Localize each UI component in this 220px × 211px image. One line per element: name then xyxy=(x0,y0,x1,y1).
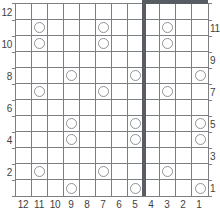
chart-cell-r12-c2 xyxy=(176,4,192,20)
chart-cell-r11-c9 xyxy=(64,20,80,36)
row-tick xyxy=(209,116,212,117)
chart-cell-r3-c11 xyxy=(32,148,48,164)
chart-cell-r2-c12 xyxy=(16,164,32,180)
chart-cell-r10-c7 xyxy=(96,36,112,52)
row-number-5: 5 xyxy=(210,120,220,130)
row-tick xyxy=(12,36,15,37)
row-number-11: 11 xyxy=(210,24,220,34)
row-number-2: 2 xyxy=(0,168,12,178)
yarn-over-icon xyxy=(162,86,173,97)
chart-cell-r12-c6 xyxy=(112,4,128,20)
column-number-4: 4 xyxy=(143,200,159,210)
chart-cell-r7-c7 xyxy=(96,84,112,100)
chart-cell-r10-c2 xyxy=(176,36,192,52)
row-tick xyxy=(12,84,15,85)
yarn-over-icon xyxy=(66,70,77,81)
yarn-over-icon xyxy=(195,70,206,81)
row-tick xyxy=(209,100,212,101)
chart-cell-r3-c8 xyxy=(80,148,96,164)
chart-cell-r9-c8 xyxy=(80,52,96,68)
chart-cell-r10-c8 xyxy=(80,36,96,52)
chart-cell-r9-c6 xyxy=(112,52,128,68)
chart-cell-r2-c4 xyxy=(144,164,160,180)
chart-cell-r9-c10 xyxy=(48,52,64,68)
column-number-3: 3 xyxy=(159,200,175,210)
yarn-over-icon xyxy=(34,22,45,33)
chart-cell-r11-c10 xyxy=(48,20,64,36)
column-number-1: 1 xyxy=(191,200,207,210)
yarn-over-icon xyxy=(34,86,45,97)
chart-cell-r9-c4 xyxy=(144,52,160,68)
chart-cell-r4-c7 xyxy=(96,132,112,148)
chart-cell-r4-c12 xyxy=(16,132,32,148)
yarn-over-icon xyxy=(162,166,173,177)
column-number-5: 5 xyxy=(127,200,143,210)
chart-cell-r2-c7 xyxy=(96,164,112,180)
chart-cell-r11-c11 xyxy=(32,20,48,36)
row-number-12: 12 xyxy=(0,8,12,18)
chart-cell-r12-c1 xyxy=(192,4,208,20)
chart-cell-r11-c8 xyxy=(80,20,96,36)
chart-cell-r5-c9 xyxy=(64,116,80,132)
chart-cell-r2-c3 xyxy=(160,164,176,180)
chart-cell-r8-c3 xyxy=(160,68,176,84)
chart-cell-r5-c12 xyxy=(16,116,32,132)
row-number-8: 8 xyxy=(0,72,12,82)
chart-cell-r9-c12 xyxy=(16,52,32,68)
chart-cell-r9-c1 xyxy=(192,52,208,68)
row-tick xyxy=(209,196,212,197)
chart-cell-r1-c12 xyxy=(16,180,32,196)
chart-cell-r1-c3 xyxy=(160,180,176,196)
chart-cell-r3-c1 xyxy=(192,148,208,164)
repeat-marker-vertical-line xyxy=(142,0,146,196)
chart-cell-r4-c6 xyxy=(112,132,128,148)
chart-cell-r6-c11 xyxy=(32,100,48,116)
chart-cell-r8-c6 xyxy=(112,68,128,84)
chart-cell-r10-c12 xyxy=(16,36,32,52)
row-tick xyxy=(12,196,15,197)
chart-cell-r7-c9 xyxy=(64,84,80,100)
chart-cell-r5-c1 xyxy=(192,116,208,132)
yarn-over-icon xyxy=(98,38,109,49)
chart-cell-r1-c6 xyxy=(112,180,128,196)
chart-cell-r8-c11 xyxy=(32,68,48,84)
chart-cell-r2-c2 xyxy=(176,164,192,180)
column-number-7: 7 xyxy=(95,200,111,210)
chart-cell-r5-c7 xyxy=(96,116,112,132)
yarn-over-icon xyxy=(130,134,141,145)
chart-cell-r8-c9 xyxy=(64,68,80,84)
chart-cell-r12-c4 xyxy=(144,4,160,20)
row-tick xyxy=(209,132,212,133)
chart-cell-r11-c7 xyxy=(96,20,112,36)
chart-cell-r9-c11 xyxy=(32,52,48,68)
chart-cell-r7-c8 xyxy=(80,84,96,100)
chart-cell-r2-c8 xyxy=(80,164,96,180)
chart-cell-r3-c12 xyxy=(16,148,32,164)
chart-cell-r3-c9 xyxy=(64,148,80,164)
row-tick xyxy=(12,100,15,101)
chart-cell-r7-c11 xyxy=(32,84,48,100)
chart-cell-r6-c10 xyxy=(48,100,64,116)
chart-cell-r8-c8 xyxy=(80,68,96,84)
chart-cell-r10-c11 xyxy=(32,36,48,52)
chart-cell-r4-c3 xyxy=(160,132,176,148)
row-tick xyxy=(209,52,212,53)
chart-cell-r8-c4 xyxy=(144,68,160,84)
row-tick xyxy=(12,180,15,181)
chart-cell-r9-c7 xyxy=(96,52,112,68)
chart-cell-r1-c9 xyxy=(64,180,80,196)
chart-cell-r12-c8 xyxy=(80,4,96,20)
row-tick xyxy=(12,116,15,117)
chart-cell-r6-c6 xyxy=(112,100,128,116)
chart-cell-r4-c2 xyxy=(176,132,192,148)
chart-cell-r8-c7 xyxy=(96,68,112,84)
row-number-1: 1 xyxy=(210,184,220,194)
row-number-10: 10 xyxy=(0,40,12,50)
chart-cell-r11-c12 xyxy=(16,20,32,36)
chart-cell-r10-c10 xyxy=(48,36,64,52)
chart-cell-r9-c9 xyxy=(64,52,80,68)
chart-cell-r8-c1 xyxy=(192,68,208,84)
chart-cell-r10-c4 xyxy=(144,36,160,52)
chart-cell-r7-c10 xyxy=(48,84,64,100)
chart-cell-r9-c2 xyxy=(176,52,192,68)
chart-cell-r7-c1 xyxy=(192,84,208,100)
chart-cell-r1-c7 xyxy=(96,180,112,196)
column-number-11: 11 xyxy=(31,200,47,210)
row-tick xyxy=(12,3,15,4)
chart-cell-r12-c10 xyxy=(48,4,64,20)
chart-cell-r9-c3 xyxy=(160,52,176,68)
chart-cell-r3-c6 xyxy=(112,148,128,164)
chart-cell-r6-c12 xyxy=(16,100,32,116)
chart-grid xyxy=(15,3,209,197)
chart-cell-r12-c7 xyxy=(96,4,112,20)
row-tick xyxy=(12,20,15,21)
chart-cell-r5-c2 xyxy=(176,116,192,132)
chart-cell-r3-c3 xyxy=(160,148,176,164)
chart-cell-r8-c2 xyxy=(176,68,192,84)
chart-cell-r1-c10 xyxy=(48,180,64,196)
chart-cell-r5-c10 xyxy=(48,116,64,132)
chart-cell-r10-c6 xyxy=(112,36,128,52)
yarn-over-icon xyxy=(130,70,141,81)
chart-cell-r7-c4 xyxy=(144,84,160,100)
row-tick xyxy=(209,148,212,149)
chart-cell-r12-c3 xyxy=(160,4,176,20)
chart-cell-r2-c11 xyxy=(32,164,48,180)
chart-cell-r3-c2 xyxy=(176,148,192,164)
chart-cell-r2-c9 xyxy=(64,164,80,180)
chart-cell-r6-c8 xyxy=(80,100,96,116)
chart-cell-r3-c10 xyxy=(48,148,64,164)
yarn-over-icon xyxy=(66,118,77,129)
chart-cell-r11-c1 xyxy=(192,20,208,36)
chart-cell-r6-c4 xyxy=(144,100,160,116)
chart-cell-r8-c12 xyxy=(16,68,32,84)
chart-cell-r6-c9 xyxy=(64,100,80,116)
yarn-over-icon xyxy=(130,118,141,129)
column-number-12: 12 xyxy=(15,200,31,210)
knitting-chart: 12108642 1197531 121110987654321 xyxy=(0,0,220,211)
chart-cell-r4-c1 xyxy=(192,132,208,148)
yarn-over-icon xyxy=(98,22,109,33)
yarn-over-icon xyxy=(66,134,77,145)
chart-cell-r8-c10 xyxy=(48,68,64,84)
chart-cell-r5-c8 xyxy=(80,116,96,132)
chart-cell-r11-c3 xyxy=(160,20,176,36)
row-number-7: 7 xyxy=(210,88,220,98)
yarn-over-icon xyxy=(34,166,45,177)
row-tick xyxy=(12,148,15,149)
yarn-over-icon xyxy=(195,134,206,145)
chart-cell-r4-c9 xyxy=(64,132,80,148)
row-tick xyxy=(209,180,212,181)
chart-cell-r4-c11 xyxy=(32,132,48,148)
chart-cell-r6-c7 xyxy=(96,100,112,116)
row-tick xyxy=(209,84,212,85)
row-number-3: 3 xyxy=(210,152,220,162)
row-tick xyxy=(209,164,212,165)
repeat-marker-top-line xyxy=(142,0,208,4)
chart-cell-r6-c1 xyxy=(192,100,208,116)
chart-cell-r5-c6 xyxy=(112,116,128,132)
chart-cell-r6-c3 xyxy=(160,100,176,116)
yarn-over-icon xyxy=(98,166,109,177)
row-number-9: 9 xyxy=(210,56,220,66)
column-number-6: 6 xyxy=(111,200,127,210)
row-tick xyxy=(12,132,15,133)
column-number-10: 10 xyxy=(47,200,63,210)
chart-cell-r11-c6 xyxy=(112,20,128,36)
row-tick xyxy=(12,52,15,53)
row-number-6: 6 xyxy=(0,104,12,114)
chart-cell-r1-c11 xyxy=(32,180,48,196)
row-number-4: 4 xyxy=(0,136,12,146)
chart-cell-r7-c6 xyxy=(112,84,128,100)
chart-cell-r5-c11 xyxy=(32,116,48,132)
chart-cell-r1-c8 xyxy=(80,180,96,196)
chart-cell-r3-c7 xyxy=(96,148,112,164)
yarn-over-icon xyxy=(130,183,141,194)
chart-cell-r2-c6 xyxy=(112,164,128,180)
row-tick xyxy=(209,3,212,4)
yarn-over-icon xyxy=(162,22,173,33)
chart-cell-r7-c2 xyxy=(176,84,192,100)
chart-cell-r10-c9 xyxy=(64,36,80,52)
chart-cell-r11-c4 xyxy=(144,20,160,36)
chart-cell-r2-c1 xyxy=(192,164,208,180)
chart-cell-r5-c3 xyxy=(160,116,176,132)
chart-cell-r6-c2 xyxy=(176,100,192,116)
chart-cell-r12-c9 xyxy=(64,4,80,20)
chart-cell-r12-c11 xyxy=(32,4,48,20)
row-tick xyxy=(209,36,212,37)
chart-cell-r5-c4 xyxy=(144,116,160,132)
chart-cell-r4-c4 xyxy=(144,132,160,148)
chart-cell-r3-c4 xyxy=(144,148,160,164)
yarn-over-icon xyxy=(195,183,206,194)
chart-cell-r7-c3 xyxy=(160,84,176,100)
chart-cell-r11-c2 xyxy=(176,20,192,36)
chart-cell-r4-c10 xyxy=(48,132,64,148)
chart-cell-r4-c8 xyxy=(80,132,96,148)
chart-cell-r1-c1 xyxy=(192,180,208,196)
chart-cell-r1-c4 xyxy=(144,180,160,196)
row-tick xyxy=(209,68,212,69)
yarn-over-icon xyxy=(162,38,173,49)
column-number-9: 9 xyxy=(63,200,79,210)
yarn-over-icon xyxy=(66,183,77,194)
chart-cell-r7-c12 xyxy=(16,84,32,100)
column-number-2: 2 xyxy=(175,200,191,210)
chart-cell-r10-c1 xyxy=(192,36,208,52)
chart-cell-r2-c10 xyxy=(48,164,64,180)
column-number-8: 8 xyxy=(79,200,95,210)
yarn-over-icon xyxy=(98,86,109,97)
chart-cell-r12-c12 xyxy=(16,4,32,20)
row-tick xyxy=(209,20,212,21)
row-tick xyxy=(12,68,15,69)
chart-cell-r1-c2 xyxy=(176,180,192,196)
yarn-over-icon xyxy=(195,118,206,129)
chart-cell-r10-c3 xyxy=(160,36,176,52)
row-tick xyxy=(12,164,15,165)
yarn-over-icon xyxy=(34,38,45,49)
